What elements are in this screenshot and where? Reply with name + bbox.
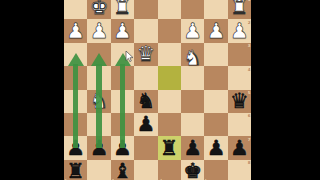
square-a3[interactable]: 3 xyxy=(228,43,251,66)
white-rook-icon[interactable]: ♜ xyxy=(113,0,132,18)
square-b5[interactable] xyxy=(204,90,227,113)
square-g6[interactable] xyxy=(87,113,110,136)
white-king-icon[interactable]: ♚ xyxy=(90,0,109,18)
square-g2[interactable]: ♟ xyxy=(87,19,110,42)
black-king-icon[interactable]: ♚ xyxy=(183,161,202,180)
chess-board: ♚♜♜1♟♟♟♟♟♟2♛♞34♞♞♛5♟6♟♟♟♜♟♟♟7♜hg♝fed♚cb8… xyxy=(64,0,251,180)
square-b3[interactable] xyxy=(204,43,227,66)
white-queen-icon[interactable]: ♛ xyxy=(136,44,155,65)
square-a7[interactable]: ♟7 xyxy=(228,136,251,159)
file-label: d xyxy=(159,178,162,180)
square-d2[interactable] xyxy=(158,19,181,42)
black-knight-icon[interactable]: ♞ xyxy=(136,91,155,112)
white-pawn-icon[interactable]: ♟ xyxy=(90,21,109,42)
file-label: e xyxy=(135,178,138,180)
square-b4[interactable] xyxy=(204,66,227,89)
white-knight-icon[interactable]: ♞ xyxy=(183,48,202,69)
white-pawn-icon[interactable]: ♟ xyxy=(230,21,249,42)
square-f2[interactable]: ♟ xyxy=(111,19,134,42)
square-b1[interactable] xyxy=(204,0,227,19)
black-pawn-icon[interactable]: ♟ xyxy=(66,138,85,159)
square-g3[interactable] xyxy=(87,43,110,66)
square-g7[interactable]: ♟ xyxy=(87,136,110,159)
square-h2[interactable]: ♟ xyxy=(64,19,87,42)
square-g8[interactable]: g xyxy=(87,160,110,180)
square-b6[interactable] xyxy=(204,113,227,136)
square-a6[interactable]: 6 xyxy=(228,113,251,136)
square-e5[interactable]: ♞ xyxy=(134,90,157,113)
square-d3[interactable] xyxy=(158,43,181,66)
square-f5[interactable] xyxy=(111,90,134,113)
square-c7[interactable]: ♟ xyxy=(181,136,204,159)
black-rook-icon[interactable]: ♜ xyxy=(160,138,179,159)
square-h6[interactable] xyxy=(64,113,87,136)
square-b2[interactable]: ♟ xyxy=(204,19,227,42)
square-c6[interactable] xyxy=(181,113,204,136)
square-h4[interactable] xyxy=(64,66,87,89)
white-knight-icon[interactable]: ♞ xyxy=(90,91,109,112)
black-pawn-icon[interactable]: ♟ xyxy=(183,138,202,159)
square-f7[interactable]: ♟ xyxy=(111,136,134,159)
file-label: b xyxy=(205,178,208,180)
square-e6[interactable]: ♟ xyxy=(134,113,157,136)
square-e8[interactable]: e xyxy=(134,160,157,180)
file-label: g xyxy=(88,178,91,180)
square-h3[interactable] xyxy=(64,43,87,66)
rank-label: 4 xyxy=(247,67,250,72)
square-a4[interactable]: 4 xyxy=(228,66,251,89)
square-c5[interactable] xyxy=(181,90,204,113)
black-pawn-icon[interactable]: ♟ xyxy=(90,138,109,159)
white-pawn-icon[interactable]: ♟ xyxy=(207,21,226,42)
black-bishop-icon[interactable]: ♝ xyxy=(113,161,132,180)
mouse-cursor-icon xyxy=(125,51,134,63)
rank-label: 8 xyxy=(247,160,250,165)
square-d8[interactable]: d xyxy=(158,160,181,180)
square-a2[interactable]: ♟2 xyxy=(228,19,251,42)
square-f1[interactable]: ♜ xyxy=(111,0,134,19)
square-f8[interactable]: ♝f xyxy=(111,160,134,180)
square-h1[interactable] xyxy=(64,0,87,19)
square-d7[interactable]: ♜ xyxy=(158,136,181,159)
square-c2[interactable]: ♟ xyxy=(181,19,204,42)
square-a8[interactable]: 8a xyxy=(228,160,251,180)
square-c8[interactable]: ♚c xyxy=(181,160,204,180)
white-pawn-icon[interactable]: ♟ xyxy=(113,21,132,42)
black-pawn-icon[interactable]: ♟ xyxy=(136,114,155,135)
square-b7[interactable]: ♟ xyxy=(204,136,227,159)
rank-label: 3 xyxy=(247,43,250,48)
black-pawn-icon[interactable]: ♟ xyxy=(207,138,226,159)
square-b8[interactable]: b xyxy=(204,160,227,180)
square-d4[interactable] xyxy=(158,66,181,89)
file-label: a xyxy=(229,178,232,180)
square-c1[interactable] xyxy=(181,0,204,19)
white-rook-icon[interactable]: ♜ xyxy=(230,0,249,18)
white-pawn-icon[interactable]: ♟ xyxy=(66,21,85,42)
video-frame: ♚♜♜1♟♟♟♟♟♟2♛♞34♞♞♛5♟6♟♟♟♜♟♟♟7♜hg♝fed♚cb8… xyxy=(0,0,320,180)
black-rook-icon[interactable]: ♜ xyxy=(66,161,85,180)
square-h7[interactable]: ♟ xyxy=(64,136,87,159)
square-a1[interactable]: ♜1 xyxy=(228,0,251,19)
black-pawn-icon[interactable]: ♟ xyxy=(230,138,249,159)
square-a5[interactable]: ♛5 xyxy=(228,90,251,113)
square-g4[interactable] xyxy=(87,66,110,89)
square-g1[interactable]: ♚ xyxy=(87,0,110,19)
square-f6[interactable] xyxy=(111,113,134,136)
black-queen-icon[interactable]: ♛ xyxy=(230,91,249,112)
white-pawn-icon[interactable]: ♟ xyxy=(183,21,202,42)
square-f4[interactable] xyxy=(111,66,134,89)
square-h8[interactable]: ♜h xyxy=(64,160,87,180)
square-e2[interactable] xyxy=(134,19,157,42)
black-pawn-icon[interactable]: ♟ xyxy=(113,138,132,159)
square-d6[interactable] xyxy=(158,113,181,136)
square-d1[interactable] xyxy=(158,0,181,19)
square-c3[interactable]: ♞ xyxy=(181,43,204,66)
square-h5[interactable] xyxy=(64,90,87,113)
square-e7[interactable] xyxy=(134,136,157,159)
rank-label: 6 xyxy=(247,113,250,118)
square-e4[interactable] xyxy=(134,66,157,89)
square-e1[interactable] xyxy=(134,0,157,19)
square-e3[interactable]: ♛ xyxy=(134,43,157,66)
square-d5[interactable] xyxy=(158,90,181,113)
square-g5[interactable]: ♞ xyxy=(87,90,110,113)
